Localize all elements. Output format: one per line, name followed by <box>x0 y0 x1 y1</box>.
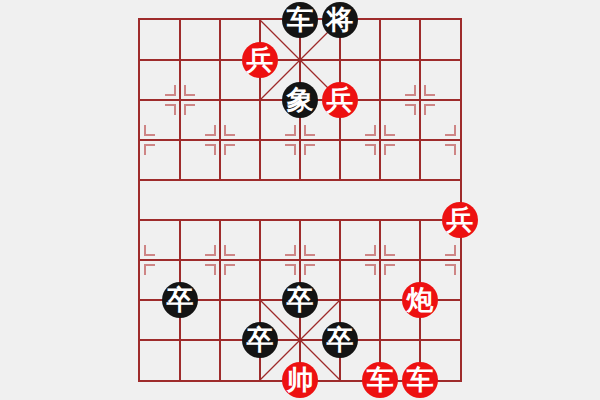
xiangqi-board[interactable]: 车将兵象兵兵卒卒炮卒卒帅车车 <box>138 18 462 382</box>
star-point-corner <box>405 104 416 115</box>
star-point-corner <box>285 264 296 275</box>
piece-black-soldier-2[interactable]: 卒 <box>282 282 318 318</box>
star-point-corner <box>144 144 155 155</box>
star-point-corner <box>445 264 456 275</box>
star-point-corner <box>165 85 176 96</box>
star-point-corner <box>205 144 216 155</box>
star-point-corner <box>304 264 315 275</box>
star-point-corner <box>285 125 296 136</box>
star-point-corner <box>365 264 376 275</box>
board-grid-lines <box>140 20 460 380</box>
star-point-corner <box>424 104 435 115</box>
star-point-corner <box>445 125 456 136</box>
star-point-corner <box>365 245 376 256</box>
star-point-corner <box>165 104 176 115</box>
star-point-corner <box>304 125 315 136</box>
piece-red-soldier-1[interactable]: 兵 <box>242 42 278 78</box>
star-point-corner <box>224 264 235 275</box>
star-point-corner <box>405 85 416 96</box>
star-point-corner <box>205 245 216 256</box>
star-point-corner <box>365 125 376 136</box>
star-point-corner <box>205 264 216 275</box>
board-area: 车将兵象兵兵卒卒炮卒卒帅车车 <box>0 0 600 400</box>
star-point-corner <box>285 144 296 155</box>
piece-black-soldier-3[interactable]: 卒 <box>242 322 278 358</box>
star-point-corner <box>224 125 235 136</box>
piece-red-general[interactable]: 帅 <box>282 362 318 398</box>
star-point-corner <box>285 245 296 256</box>
star-point-corner <box>424 85 435 96</box>
piece-red-cannon[interactable]: 炮 <box>402 282 438 318</box>
piece-red-soldier-3[interactable]: 兵 <box>442 202 478 238</box>
star-point-corner <box>144 245 155 256</box>
board-grid: 车将兵象兵兵卒卒炮卒卒帅车车 <box>140 20 460 380</box>
piece-black-chariot[interactable]: 车 <box>282 2 318 38</box>
piece-black-general[interactable]: 将 <box>322 2 358 38</box>
piece-black-soldier-1[interactable]: 卒 <box>162 282 198 318</box>
star-point-corner <box>224 245 235 256</box>
piece-red-soldier-2[interactable]: 兵 <box>322 82 358 118</box>
star-point-corner <box>205 125 216 136</box>
star-point-corner <box>445 144 456 155</box>
star-point-corner <box>384 264 395 275</box>
star-point-corner <box>144 264 155 275</box>
star-point-corner <box>304 245 315 256</box>
star-point-corner <box>365 144 376 155</box>
star-point-corner <box>304 144 315 155</box>
piece-red-chariot-2[interactable]: 车 <box>402 362 438 398</box>
piece-red-chariot-1[interactable]: 车 <box>362 362 398 398</box>
star-point-corner <box>144 125 155 136</box>
star-point-corner <box>384 245 395 256</box>
star-point-corner <box>224 144 235 155</box>
star-point-corner <box>184 104 195 115</box>
star-point-corner <box>184 85 195 96</box>
piece-black-elephant[interactable]: 象 <box>282 82 318 118</box>
piece-black-soldier-4[interactable]: 卒 <box>322 322 358 358</box>
star-point-corner <box>445 245 456 256</box>
star-point-corner <box>384 125 395 136</box>
star-point-corner <box>384 144 395 155</box>
